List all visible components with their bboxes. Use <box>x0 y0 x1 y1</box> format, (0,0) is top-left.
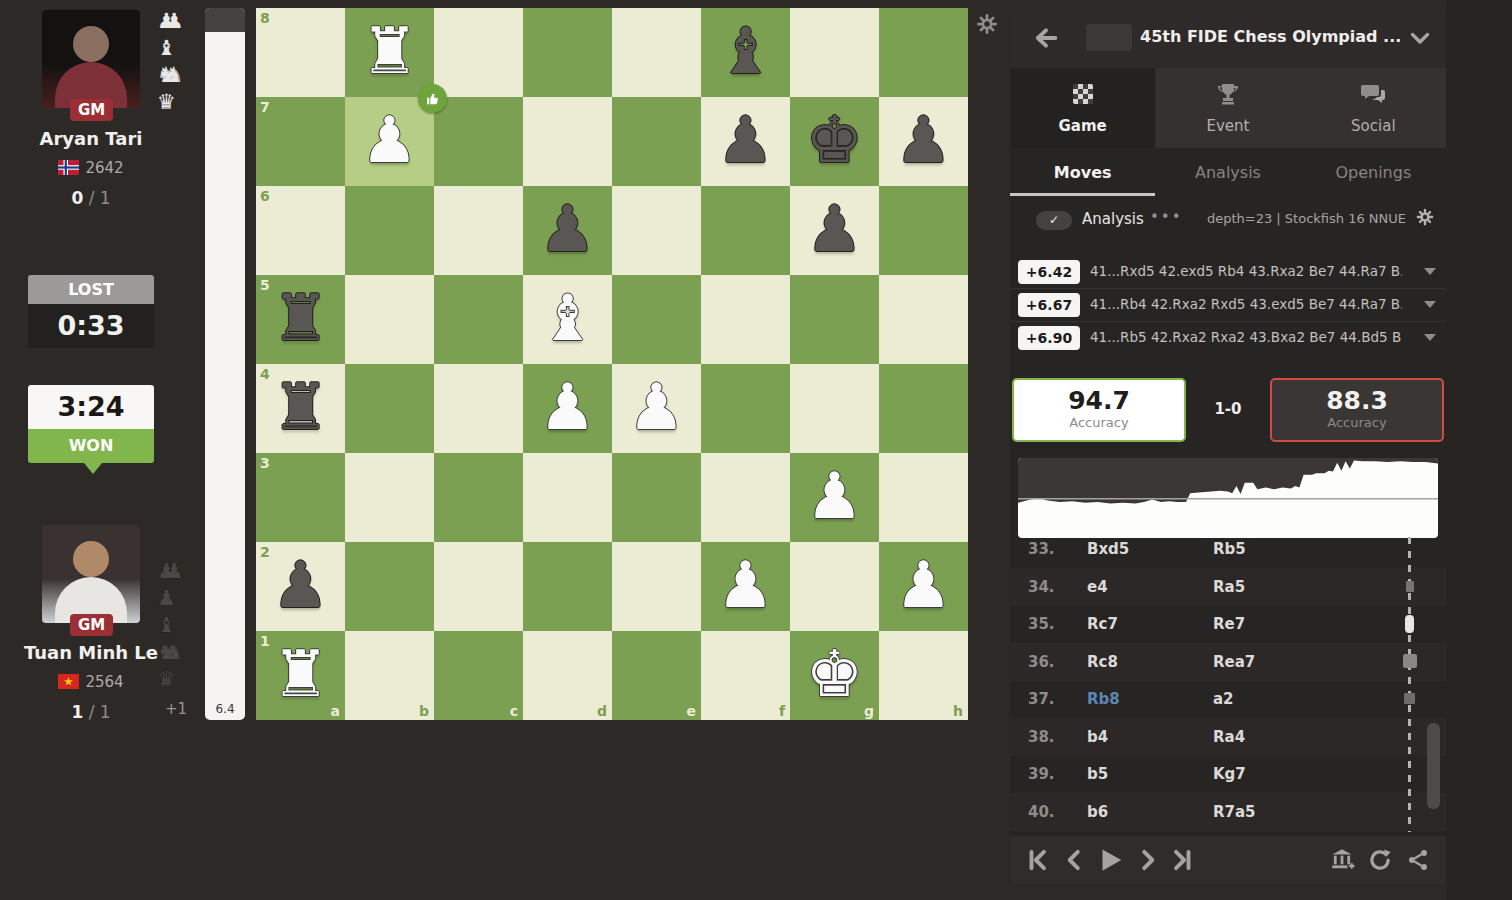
captured-bishop: ♝ <box>157 35 203 62</box>
chess-board[interactable]: 8♜♝7♟♟♚♟6♟♟5♜♝4♜♟♟3♟2♟♟♟1a♜bcdefg♚h <box>256 8 968 720</box>
captured-knights: ♞♞ <box>157 62 203 89</box>
go-to-start-button[interactable] <box>1024 846 1052 874</box>
chevron-down-icon[interactable] <box>1408 26 1432 54</box>
square-g3[interactable]: ♟ <box>790 453 879 542</box>
square-e4[interactable]: ♟ <box>612 364 701 453</box>
navigation-controls <box>1010 836 1446 884</box>
piece-black-king[interactable]: ♚ <box>790 97 879 186</box>
panel-header: 45th FIDE Chess Olympiad ... <box>1010 8 1446 68</box>
captured-queen: ♛ <box>157 666 203 693</box>
engine-settings-gear-icon[interactable] <box>1416 208 1434 230</box>
move-list-scrollbar[interactable] <box>1427 723 1440 809</box>
evaluation-graph[interactable] <box>1018 458 1438 538</box>
square-h6[interactable] <box>879 186 968 275</box>
board-settings-gear-icon[interactable] <box>976 13 998 39</box>
gm-badge-bottom: GM <box>70 614 113 636</box>
captured-pieces-bottom: ♟♟♟♝♞♞♛ <box>157 558 203 693</box>
square-f5[interactable] <box>701 275 790 364</box>
share-icon[interactable] <box>1404 846 1432 874</box>
square-g5[interactable] <box>790 275 879 364</box>
square-e1[interactable]: e <box>612 631 701 720</box>
material-advantage: +1 <box>165 700 187 718</box>
piece-black-pawn[interactable]: ♟ <box>790 186 879 275</box>
white-accuracy-card: 94.7 Accuracy <box>1012 378 1186 442</box>
square-b3[interactable] <box>345 453 434 542</box>
analysis-toggle[interactable]: ✓ <box>1036 211 1072 230</box>
engine-line-1[interactable]: +6.4241...Rxd5 42.exd5 Rb4 43.Rxa2 Be7 4… <box>1010 256 1446 289</box>
square-f2[interactable]: ♟ <box>701 542 790 631</box>
engine-eval-badge: +6.42 <box>1018 260 1080 284</box>
square-f7[interactable]: ♟ <box>701 97 790 186</box>
move-quality-marker <box>1404 693 1415 704</box>
move-number: 34. <box>1028 568 1070 606</box>
white-accuracy-label: Accuracy <box>1014 415 1184 430</box>
move-row-39: 39.b5Kg7 <box>1010 755 1446 793</box>
move-number: 37. <box>1028 680 1070 718</box>
move-row-33: 33.Bxd5Rb5 <box>1010 537 1446 568</box>
square-f3[interactable] <box>701 453 790 542</box>
black-accuracy-card: 88.3 Accuracy <box>1270 378 1444 442</box>
avatar-bottom-player <box>42 525 140 623</box>
square-c3[interactable] <box>434 453 523 542</box>
back-arrow-icon[interactable] <box>1032 24 1060 56</box>
white-move[interactable]: Rc8 <box>1087 643 1197 681</box>
rank-label-6: 6 <box>260 188 270 204</box>
black-move[interactable]: R7a5 <box>1213 793 1323 831</box>
play-button[interactable] <box>1096 846 1124 874</box>
move-quality-marker <box>1406 581 1414 592</box>
previous-move-button[interactable] <box>1060 846 1088 874</box>
black-move[interactable]: Ra4 <box>1213 718 1323 756</box>
analysis-toggle-label: Analysis <box>1082 210 1144 228</box>
white-move[interactable]: b6 <box>1087 793 1197 831</box>
result-badge-bottom: WON <box>28 429 154 463</box>
square-h8[interactable] <box>879 8 968 97</box>
move-number: 36. <box>1028 643 1070 681</box>
piece-white-rook[interactable]: ♜ <box>256 631 345 720</box>
move-number: 35. <box>1028 605 1070 643</box>
square-c5[interactable] <box>434 275 523 364</box>
square-h1[interactable]: h <box>879 631 968 720</box>
square-d6[interactable]: ♟ <box>523 186 612 275</box>
piece-white-pawn[interactable]: ♟ <box>523 364 612 453</box>
square-b7[interactable]: ♟ <box>345 97 434 186</box>
square-e3[interactable] <box>612 453 701 542</box>
more-options-dots[interactable]: ••• <box>1150 208 1183 226</box>
clock-top: 0:33 <box>28 304 154 348</box>
square-c8[interactable] <box>434 8 523 97</box>
square-a5[interactable]: 5♜ <box>256 275 345 364</box>
white-move[interactable]: b4 <box>1087 718 1197 756</box>
square-c1[interactable]: c <box>434 631 523 720</box>
square-b2[interactable] <box>345 542 434 631</box>
engine-line-2[interactable]: +6.6741...Rb4 42.Rxa2 Rxd5 43.exd5 Be7 4… <box>1010 289 1446 322</box>
move-quality-marker <box>1403 654 1417 668</box>
piece-white-pawn[interactable]: ♟ <box>701 542 790 631</box>
square-a4[interactable]: 4♜ <box>256 364 345 453</box>
square-e7[interactable] <box>612 97 701 186</box>
square-b6[interactable] <box>345 186 434 275</box>
square-h2[interactable]: ♟ <box>879 542 968 631</box>
captured-bishop: ♝ <box>157 612 203 639</box>
square-a2[interactable]: 2♟ <box>256 542 345 631</box>
black-accuracy-label: Accuracy <box>1272 415 1442 430</box>
expand-line-caret-icon[interactable] <box>1424 268 1436 275</box>
move-quality-lane <box>1408 537 1411 832</box>
piece-white-pawn[interactable]: ♟ <box>790 453 879 542</box>
square-g2[interactable] <box>790 542 879 631</box>
clock-bottom: 3:24 <box>28 385 154 429</box>
move-row-36: 36.Rc8Rea7 <box>1010 643 1446 681</box>
square-c2[interactable] <box>434 542 523 631</box>
engine-line-moves: 41...Rxd5 42.exd5 Rb4 43.Rxa2 Be7 44.Ra7… <box>1090 263 1402 279</box>
piece-black-pawn[interactable]: ♟ <box>523 186 612 275</box>
square-f1[interactable]: f <box>701 631 790 720</box>
engine-line-moves: 41...Rb4 42.Rxa2 Rxd5 43.exd5 Be7 44.Ra7… <box>1090 296 1402 312</box>
captured-pawn: ♟ <box>157 585 203 612</box>
move-row-34: 34.e4Ra5 <box>1010 568 1446 606</box>
square-e6[interactable] <box>612 186 701 275</box>
engine-line-moves: 41...Rb5 42.Rxa2 Rxa2 43.Bxa2 Be7 44.Bd5… <box>1090 329 1402 345</box>
file-label-f: f <box>779 703 785 719</box>
result-badge-top: LOST <box>28 275 154 304</box>
avatar-top-player <box>42 10 140 108</box>
piece-white-pawn[interactable]: ♟ <box>345 97 434 186</box>
gm-badge-top: GM <box>70 99 113 121</box>
square-c6[interactable] <box>434 186 523 275</box>
file-label-d: d <box>597 703 607 719</box>
chat-icon <box>1360 82 1386 110</box>
panel-subtabs: Moves Analysis Openings <box>1010 148 1446 196</box>
square-e5[interactable] <box>612 275 701 364</box>
evaluation-bar: 6.4 <box>205 8 245 720</box>
vietnam-flag-icon <box>58 674 79 693</box>
game-result: 1-0 <box>1208 400 1248 418</box>
piece-black-pawn[interactable]: ♟ <box>879 97 968 186</box>
square-d1[interactable]: d <box>523 631 612 720</box>
piece-black-pawn[interactable]: ♟ <box>701 97 790 186</box>
white-move[interactable]: e4 <box>1087 568 1197 606</box>
white-accuracy-value: 94.7 <box>1014 386 1184 415</box>
engine-line-3[interactable]: +6.9041...Rb5 42.Rxa2 Rxa2 43.Bxa2 Be7 4… <box>1010 322 1446 355</box>
player-rating-top: 2642 <box>0 159 186 179</box>
file-label-h: h <box>953 703 963 719</box>
won-badge-pointer <box>84 463 102 474</box>
square-d4[interactable]: ♟ <box>523 364 612 453</box>
piece-white-pawn[interactable]: ♟ <box>879 542 968 631</box>
norway-flag-icon <box>58 160 79 179</box>
square-a8[interactable]: 8 <box>256 8 345 97</box>
file-label-c: c <box>510 703 518 719</box>
move-row-38: 38.b4Ra4 <box>1010 718 1446 756</box>
chess-analysis-app: GM Aryan Tari 2642 0 / 1 ♟♟♝♞♞♛ LOST 0:3… <box>0 0 1512 900</box>
square-g1[interactable]: g♚ <box>790 631 879 720</box>
move-row-37: 37.Rb8a2 <box>1010 680 1446 718</box>
square-a3[interactable]: 3 <box>256 453 345 542</box>
subtab-moves[interactable]: Moves <box>1010 148 1155 196</box>
move-number: 39. <box>1028 755 1070 793</box>
black-move[interactable]: Rea7 <box>1213 643 1323 681</box>
square-h5[interactable] <box>879 275 968 364</box>
rank-label-8: 8 <box>260 10 270 26</box>
square-g7[interactable]: ♚ <box>790 97 879 186</box>
piece-white-king[interactable]: ♚ <box>790 631 879 720</box>
move-number: 40. <box>1028 793 1070 831</box>
go-to-end-button[interactable] <box>1168 846 1196 874</box>
move-list[interactable]: 33.Bxd5Rb534.e4Ra535.Rc7Re736.Rc8Rea737.… <box>1010 537 1446 832</box>
game-panel: 45th FIDE Chess Olympiad ... Game Event <box>1010 8 1446 884</box>
captured-pieces-top: ♟♟♝♞♞♛ <box>157 8 203 116</box>
white-move[interactable]: Rc7 <box>1087 605 1197 643</box>
tab-event[interactable]: Event <box>1155 68 1300 148</box>
piece-white-rook[interactable]: ♜ <box>345 8 434 97</box>
black-move[interactable]: Kg7 <box>1213 755 1323 793</box>
next-move-button[interactable] <box>1134 846 1162 874</box>
engine-info: depth=23 | Stockfish 16 NNUE <box>1207 211 1406 226</box>
square-a7[interactable]: 7 <box>256 97 345 186</box>
square-d5[interactable]: ♝ <box>523 275 612 364</box>
file-label-e: e <box>687 703 697 719</box>
tab-social[interactable]: Social <box>1301 68 1446 148</box>
captured-pawns: ♟♟ <box>157 558 203 585</box>
piece-black-bishop[interactable]: ♝ <box>701 8 790 97</box>
trophy-icon <box>1215 82 1241 110</box>
square-f8[interactable]: ♝ <box>701 8 790 97</box>
square-g6[interactable]: ♟ <box>790 186 879 275</box>
event-title: 45th FIDE Chess Olympiad ... <box>1140 27 1400 46</box>
square-d7[interactable] <box>523 97 612 186</box>
square-g8[interactable] <box>790 8 879 97</box>
expand-line-caret-icon[interactable] <box>1424 334 1436 341</box>
square-e8[interactable] <box>612 8 701 97</box>
square-f6[interactable] <box>701 186 790 275</box>
black-move[interactable]: a2 <box>1213 680 1323 718</box>
subtab-analysis[interactable]: Analysis <box>1155 148 1300 196</box>
engine-eval-badge: +6.67 <box>1018 293 1080 317</box>
white-move[interactable]: b5 <box>1087 755 1197 793</box>
black-move[interactable]: Rb5 <box>1213 537 1323 568</box>
square-e2[interactable] <box>612 542 701 631</box>
file-label-b: b <box>419 703 429 719</box>
square-h7[interactable]: ♟ <box>879 97 968 186</box>
evaluation-bar-black-part <box>205 8 245 32</box>
square-d2[interactable] <box>523 542 612 631</box>
square-b5[interactable] <box>345 275 434 364</box>
square-d3[interactable] <box>523 453 612 542</box>
engine-eval-badge: +6.90 <box>1018 326 1080 350</box>
board-icon <box>1071 82 1095 110</box>
score-bottom: 1 / 1 <box>0 702 186 722</box>
square-a1[interactable]: 1a♜ <box>256 631 345 720</box>
event-logo <box>1086 24 1132 51</box>
move-row-40: 40.b6R7a5 <box>1010 793 1446 831</box>
refresh-icon[interactable] <box>1366 846 1394 874</box>
accuracy-section: 94.7 Accuracy 1-0 88.3 Accuracy <box>1010 378 1446 446</box>
subtab-openings[interactable]: Openings <box>1301 148 1446 196</box>
white-move[interactable]: Bxd5 <box>1087 537 1197 568</box>
white-move[interactable]: Rb8 <box>1087 680 1197 718</box>
black-accuracy-value: 88.3 <box>1272 386 1442 415</box>
analysis-controls: ✓ Analysis ••• depth=23 | Stockfish 16 N… <box>1010 204 1446 240</box>
engine-lines: +6.4241...Rxd5 42.exd5 Rb4 43.Rxa2 Be7 4… <box>1010 256 1446 355</box>
square-b1[interactable]: b <box>345 631 434 720</box>
square-h3[interactable] <box>879 453 968 542</box>
square-c7[interactable] <box>434 97 523 186</box>
move-row-35: 35.Rc7Re7 <box>1010 605 1446 643</box>
tab-game[interactable]: Game <box>1010 68 1155 148</box>
piece-black-rook[interactable]: ♜ <box>256 364 345 453</box>
thumbs-up-icon <box>418 84 447 113</box>
page-background-strip <box>1446 0 1512 900</box>
add-to-library-icon[interactable] <box>1328 846 1356 874</box>
piece-white-pawn[interactable]: ♟ <box>612 364 701 453</box>
rank-label-3: 3 <box>260 455 270 471</box>
piece-black-rook[interactable]: ♜ <box>256 275 345 364</box>
captured-pawns: ♟♟ <box>157 8 203 35</box>
rank-label-7: 7 <box>260 99 270 115</box>
piece-white-bishop[interactable]: ♝ <box>523 275 612 364</box>
move-number: 33. <box>1028 537 1070 568</box>
square-h4[interactable] <box>879 364 968 453</box>
black-move[interactable]: Ra5 <box>1213 568 1323 606</box>
piece-black-pawn[interactable]: ♟ <box>256 542 345 631</box>
score-top: 0 / 1 <box>0 188 186 208</box>
square-f4[interactable] <box>701 364 790 453</box>
square-d8[interactable] <box>523 8 612 97</box>
square-b4[interactable] <box>345 364 434 453</box>
square-b8[interactable]: ♜ <box>345 8 434 97</box>
square-c4[interactable] <box>434 364 523 453</box>
square-a6[interactable]: 6 <box>256 186 345 275</box>
square-g4[interactable] <box>790 364 879 453</box>
expand-line-caret-icon[interactable] <box>1424 301 1436 308</box>
captured-knights: ♞♞ <box>157 639 203 666</box>
move-quality-marker <box>1405 615 1414 633</box>
evaluation-value: 6.4 <box>205 702 245 716</box>
move-number: 38. <box>1028 718 1070 756</box>
captured-queen: ♛ <box>157 89 203 116</box>
panel-tabs: Game Event Social <box>1010 68 1446 148</box>
black-move[interactable]: Re7 <box>1213 605 1323 643</box>
player-name-top: Aryan Tari <box>0 128 186 149</box>
